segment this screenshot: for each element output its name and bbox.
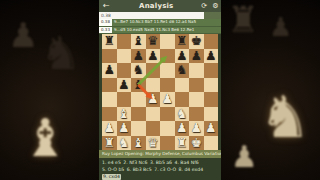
engine-line-moves: 9...Be7 10.Nc3 Bb7 11.Re1 d6 12.a4 Na5 [112, 19, 221, 26]
square-e2[interactable] [160, 121, 175, 136]
square-a7[interactable] [102, 49, 117, 64]
square-f5[interactable] [175, 78, 190, 93]
square-d6[interactable] [146, 63, 161, 78]
white-pawn-piece: ♟ [117, 121, 132, 136]
engine-lines: 0.389...Be7 10.Nc3 Bb7 11.Re1 d6 12.a4 N… [99, 19, 221, 34]
white-bishop-piece: ♝ [117, 107, 132, 122]
square-c5[interactable]: ♝ [131, 78, 146, 93]
bg-black-pawn-icon: ♟ [8, 18, 38, 52]
engine-line-2[interactable]: 0.339...d5 10.exd5 Nxd5 11.Nc3 Be6 12.Re… [99, 27, 221, 35]
square-b8[interactable] [117, 34, 132, 49]
square-e7[interactable] [160, 49, 175, 64]
white-pawn-piece: ♟ [160, 92, 175, 107]
square-a8[interactable]: ♜ [102, 34, 117, 49]
square-b1[interactable]: ♞ [117, 136, 132, 151]
square-b5[interactable]: ♟ [117, 78, 132, 93]
white-rook-piece: ♜ [175, 136, 190, 151]
back-icon[interactable]: ← [99, 0, 114, 12]
square-g6[interactable] [189, 63, 204, 78]
current-move[interactable]: 9. cxd4 [102, 174, 121, 180]
black-knight-piece: ♞ [131, 63, 146, 78]
square-f3[interactable]: ♞ [175, 107, 190, 122]
square-b4[interactable] [117, 92, 132, 107]
white-pawn-piece: ♟ [189, 121, 204, 136]
bg-white-bishop-icon: ♝ [22, 112, 69, 164]
black-rook-piece: ♜ [102, 34, 117, 49]
black-bishop-piece: ♝ [131, 34, 146, 49]
square-g4[interactable] [189, 92, 204, 107]
white-pawn-piece: ♟ [204, 121, 219, 136]
square-b2[interactable]: ♟ [117, 121, 132, 136]
opening-name-caption: Ruy Lopez Opening: Morphy Defense, Colum… [99, 150, 221, 158]
black-king-piece: ♚ [189, 34, 204, 49]
square-d5[interactable] [146, 78, 161, 93]
square-d7[interactable]: ♟ [146, 49, 161, 64]
square-a5[interactable] [102, 78, 117, 93]
square-f7[interactable]: ♟ [175, 49, 190, 64]
screenshot-stage: ♟ ♞ ♝ ♜ ♟ ♞ ♟ ← Analysis ⟳ ⚙ 0.38 0.389.… [0, 0, 320, 180]
square-a6[interactable]: ♟ [102, 63, 117, 78]
square-d1[interactable]: ♛ [146, 136, 161, 151]
square-d8[interactable]: ♛ [146, 34, 161, 49]
move-token[interactable]: 2. Nf3 Nc6 [123, 160, 147, 167]
square-a3[interactable] [102, 107, 117, 122]
black-pawn-piece: ♟ [146, 49, 161, 64]
move-token[interactable]: 8. d4 exd4 [179, 167, 203, 174]
square-b6[interactable] [117, 63, 132, 78]
square-c4[interactable] [131, 92, 146, 107]
black-rook-piece: ♜ [175, 34, 190, 49]
square-d4[interactable]: ♟ [146, 92, 161, 107]
square-d2[interactable] [146, 121, 161, 136]
evaluation-bar-fill [99, 12, 204, 19]
square-f8[interactable]: ♜ [175, 34, 190, 49]
square-c2[interactable] [131, 121, 146, 136]
black-bishop-piece: ♝ [131, 78, 146, 93]
black-queen-piece: ♛ [146, 34, 161, 49]
move-token[interactable]: 5. O-O b5 [102, 167, 124, 174]
square-g3[interactable] [189, 107, 204, 122]
flip-board-icon[interactable]: ⟳ [199, 0, 210, 12]
square-e6[interactable] [160, 63, 175, 78]
square-d3[interactable] [146, 107, 161, 122]
square-h1[interactable] [204, 136, 219, 151]
background-photo-left: ♟ ♞ ♝ [0, 0, 99, 180]
move-token[interactable]: 6. Bb3 Bc5 [127, 167, 152, 174]
move-token[interactable]: 3. Bb5 a6 [150, 160, 172, 167]
square-h2[interactable]: ♟ [204, 121, 219, 136]
square-f4[interactable] [175, 92, 190, 107]
black-pawn-piece: ♟ [117, 78, 132, 93]
chess-analysis-app: ← Analysis ⟳ ⚙ 0.38 0.389...Be7 10.Nc3 B… [99, 0, 221, 180]
square-a4[interactable] [102, 92, 117, 107]
evaluation-value: 0.38 [101, 13, 111, 18]
square-b7[interactable] [117, 49, 132, 64]
square-e8[interactable] [160, 34, 175, 49]
black-knight-piece: ♞ [175, 63, 190, 78]
square-g2[interactable]: ♟ [189, 121, 204, 136]
square-c8[interactable]: ♝ [131, 34, 146, 49]
engine-line-eval: 0.38 [99, 19, 112, 26]
board-area: ♜♝♛♜♚♟♟♟♟♟♟♞♞♟♝♟♟♝♞♟♟♟♟♟♜♞♝♛♜♚ [102, 34, 218, 150]
square-h8[interactable] [204, 34, 219, 49]
evaluation-bar: 0.38 [99, 12, 221, 19]
bg-black-knight-icon: ♞ [40, 30, 81, 76]
square-g7[interactable]: ♟ [189, 49, 204, 64]
move-token[interactable]: 4. Ba4 Nf6 [175, 160, 199, 167]
white-pawn-piece: ♟ [102, 121, 117, 136]
white-rook-piece: ♜ [102, 136, 117, 151]
move-token[interactable]: 1. e4 e5 [102, 160, 121, 167]
square-c6[interactable]: ♞ [131, 63, 146, 78]
square-g5[interactable] [189, 78, 204, 93]
engine-line-moves: 9...d5 10.exd5 Nxd5 11.Nc3 Be6 12.Re1 [112, 27, 221, 34]
bg-white-knight-icon: ♞ [259, 88, 311, 146]
square-h3[interactable] [204, 107, 219, 122]
square-e5[interactable] [160, 78, 175, 93]
background-photo-right: ♜ ♟ ♞ ♟ [221, 0, 320, 180]
white-king-piece: ♚ [189, 136, 204, 151]
square-h7[interactable]: ♟ [204, 49, 219, 64]
square-h5[interactable] [204, 78, 219, 93]
white-bishop-piece: ♝ [131, 136, 146, 151]
square-c7[interactable]: ♟ [131, 49, 146, 64]
engine-line-1[interactable]: 0.389...Be7 10.Nc3 Bb7 11.Re1 d6 12.a4 N… [99, 19, 221, 27]
square-f1[interactable]: ♜ [175, 136, 190, 151]
square-c1[interactable]: ♝ [131, 136, 146, 151]
black-pawn-piece: ♟ [102, 63, 117, 78]
square-h4[interactable] [204, 92, 219, 107]
bg-white-pawn-icon: ♟ [231, 142, 258, 172]
white-knight-piece: ♞ [117, 136, 132, 151]
black-pawn-piece: ♟ [175, 49, 190, 64]
square-g8[interactable]: ♚ [189, 34, 204, 49]
black-pawn-piece: ♟ [189, 49, 204, 64]
move-list: 1. e4 e52. Nf3 Nc63. Bb5 a64. Ba4 Nf65. … [99, 158, 221, 180]
square-g1[interactable]: ♚ [189, 136, 204, 151]
settings-gear-icon[interactable]: ⚙ [210, 0, 221, 12]
square-b3[interactable]: ♝ [117, 107, 132, 122]
top-app-bar: ← Analysis ⟳ ⚙ [99, 0, 221, 12]
move-token[interactable]: 7. c3 O-O [154, 167, 176, 174]
square-f6[interactable]: ♞ [175, 63, 190, 78]
black-pawn-piece: ♟ [131, 49, 146, 64]
square-e3[interactable] [160, 107, 175, 122]
square-c3[interactable] [131, 107, 146, 122]
square-a2[interactable]: ♟ [102, 121, 117, 136]
page-title: Analysis [114, 2, 199, 10]
bg-black-rook-icon: ♜ [227, 2, 259, 38]
white-queen-piece: ♛ [146, 136, 161, 151]
white-knight-piece: ♞ [175, 107, 190, 122]
square-a1[interactable]: ♜ [102, 136, 117, 151]
square-h6[interactable] [204, 63, 219, 78]
black-pawn-piece: ♟ [204, 49, 219, 64]
chess-board: ♜♝♛♜♚♟♟♟♟♟♟♞♞♟♝♟♟♝♞♟♟♟♟♟♜♞♝♛♜♚ [102, 34, 218, 150]
square-e1[interactable] [160, 136, 175, 151]
white-pawn-piece: ♟ [146, 92, 161, 107]
square-e4[interactable]: ♟ [160, 92, 175, 107]
square-f2[interactable]: ♟ [175, 121, 190, 136]
white-pawn-piece: ♟ [175, 121, 190, 136]
bg-black-pawn-icon: ♟ [269, 14, 292, 40]
